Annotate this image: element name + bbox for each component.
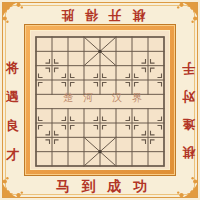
corner-scroll-icon-top-left bbox=[2, 2, 26, 26]
motto-bottom: 马 到 成 功 bbox=[56, 178, 147, 194]
river-label-han-jie: 汉 界 bbox=[112, 92, 142, 104]
motto-top-char: 胜 bbox=[61, 8, 74, 23]
file-lines bbox=[36, 37, 164, 166]
board-grid bbox=[36, 37, 164, 166]
xiangqi-board-photo: 棋 开 得 胜 将 遇 良 才 棋 逢 对 手 马 到 成 功 bbox=[0, 0, 200, 200]
river-char: 河 bbox=[83, 92, 93, 104]
river-char: 界 bbox=[132, 92, 142, 104]
corner-scroll-icon-bottom-right bbox=[174, 174, 198, 198]
motto-right-char: 逢 bbox=[182, 115, 195, 133]
motto-left: 将 遇 良 才 bbox=[5, 59, 20, 164]
motto-left-char: 才 bbox=[6, 146, 19, 164]
motto-top-char: 棋 bbox=[132, 8, 145, 23]
corner-scroll-icon-top-right bbox=[174, 2, 198, 26]
corner-scroll-icon-bottom-left bbox=[2, 174, 26, 198]
motto-bottom-char: 到 bbox=[82, 178, 96, 194]
motto-right-char: 对 bbox=[182, 87, 195, 105]
motto-right-char: 手 bbox=[182, 59, 195, 77]
motto-top-char: 得 bbox=[85, 8, 98, 23]
motto-bottom-char: 成 bbox=[107, 178, 121, 194]
motto-left-char: 遇 bbox=[6, 88, 19, 106]
motto-right: 棋 逢 对 手 bbox=[181, 59, 196, 161]
river-label-chu-he: 楚 河 bbox=[63, 92, 93, 104]
motto-right-char: 棋 bbox=[182, 143, 195, 161]
motto-top: 棋 开 得 胜 bbox=[61, 8, 145, 23]
motto-bottom-char: 马 bbox=[56, 178, 70, 194]
river-char: 楚 bbox=[63, 92, 73, 104]
motto-left-char: 良 bbox=[6, 117, 19, 135]
river-char: 汉 bbox=[112, 92, 122, 104]
motto-top-char: 开 bbox=[108, 8, 121, 23]
motto-left-char: 将 bbox=[6, 59, 19, 77]
motto-bottom-char: 功 bbox=[133, 178, 147, 194]
